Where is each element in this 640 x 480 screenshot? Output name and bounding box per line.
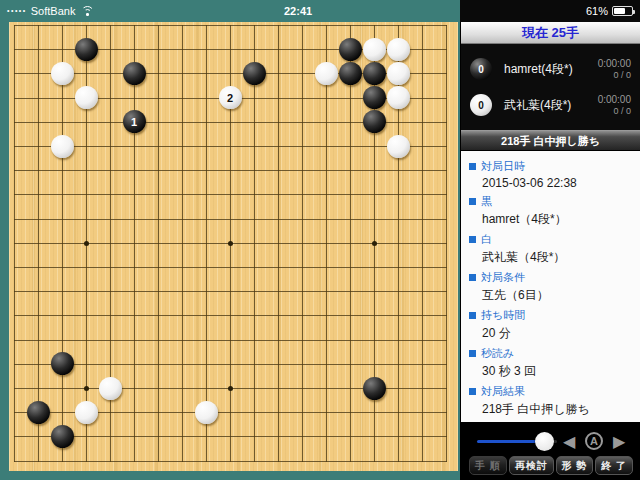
player-row-black: 0 hamret(4段*) 0:00:00 0 / 0 — [470, 54, 631, 84]
star-point — [228, 241, 233, 246]
grid-line — [14, 364, 447, 365]
info-value: hamret（4段*） — [469, 209, 632, 229]
stone-black — [363, 377, 386, 400]
stone-white — [195, 401, 218, 424]
info-value: 30 秒 3 回 — [469, 361, 632, 381]
star-point — [84, 241, 89, 246]
stone-white — [315, 62, 338, 85]
stone-white — [387, 135, 410, 158]
info-item: 対局結果218手 白中押し勝ち — [469, 384, 632, 419]
game-info-panel: 対局日時2015-03-06 22:38黒hamret（4段*）白武礼葉（4段*… — [461, 151, 640, 422]
stone-black — [75, 38, 98, 61]
wifi-icon — [80, 5, 94, 17]
status-bar-right: 61% — [460, 0, 640, 22]
battery-icon — [612, 6, 633, 16]
info-label: 持ち時間 — [469, 308, 632, 323]
carrier-label: SoftBank — [31, 5, 76, 17]
grid-line — [326, 25, 327, 462]
grid-line — [254, 25, 255, 462]
info-item: 白武礼葉（4段*） — [469, 232, 632, 267]
info-label: 秒読み — [469, 346, 632, 361]
bullet-square-icon — [469, 236, 476, 243]
stone-black — [51, 352, 74, 375]
player-row-white: 0 武礼葉(4段*) 0:00:00 0 / 0 — [470, 90, 631, 120]
playback-controls: ◀ A ▶ 手 順再検討形 勢終 了 — [461, 422, 640, 480]
info-label: 対局結果 — [469, 384, 632, 399]
signal-strength-icon: ••••• — [7, 0, 27, 22]
info-item: 対局条件互先（6目） — [469, 270, 632, 305]
stone-white — [99, 377, 122, 400]
info-label: 対局条件 — [469, 270, 632, 285]
black-time: 0:00:00 — [598, 58, 631, 70]
stone-white: 2 — [219, 86, 242, 109]
bullet-square-icon — [469, 388, 476, 395]
white-time: 0:00:00 — [598, 94, 631, 106]
players-panel: 0 hamret(4段*) 0:00:00 0 / 0 0 武礼葉(4段*) 0… — [461, 44, 640, 130]
stone-black — [27, 401, 50, 424]
info-value: 218手 白中押し勝ち — [469, 399, 632, 419]
grid-line — [14, 461, 447, 462]
white-player-name: 武礼葉(4段*) — [504, 97, 598, 114]
star-point — [372, 241, 377, 246]
auto-play-button[interactable]: A — [585, 432, 603, 450]
stone-white — [75, 86, 98, 109]
stone-black — [243, 62, 266, 85]
info-value: 20 分 — [469, 323, 632, 343]
grid-line — [14, 291, 447, 292]
stone-white — [387, 38, 410, 61]
grid-line — [14, 340, 447, 341]
info-label: 対局日時 — [469, 159, 632, 174]
grid-line — [14, 315, 447, 316]
previous-move-button[interactable]: ◀ — [563, 433, 575, 451]
stone-black — [363, 110, 386, 133]
stone-black — [123, 62, 146, 85]
grid-line — [350, 25, 351, 462]
stone-white — [363, 38, 386, 61]
situation-button[interactable]: 形 勢 — [556, 456, 594, 475]
bullet-square-icon — [469, 198, 476, 205]
stone-white — [75, 401, 98, 424]
stone-black — [339, 38, 362, 61]
bullet-square-icon — [469, 350, 476, 357]
info-item: 対局日時2015-03-06 22:38 — [469, 159, 632, 191]
steps-button[interactable]: 手 順 — [469, 456, 507, 475]
action-bar: 手 順再検討形 勢終 了 — [461, 456, 640, 475]
stone-black — [51, 425, 74, 448]
info-label: 黒 — [469, 194, 632, 209]
stone-black — [339, 62, 362, 85]
info-item: 秒読み30 秒 3 回 — [469, 346, 632, 381]
star-point — [84, 386, 89, 391]
stone-black — [363, 86, 386, 109]
stone-black — [363, 62, 386, 85]
grid-line — [446, 25, 447, 462]
info-value: 互先（6目） — [469, 285, 632, 305]
info-item: 持ち時間20 分 — [469, 308, 632, 343]
bullet-square-icon — [469, 163, 476, 170]
slider-knob[interactable] — [535, 432, 554, 451]
stone-white — [387, 86, 410, 109]
info-value: 2015-03-06 22:38 — [469, 174, 632, 191]
white-periods: 0 / 0 — [598, 106, 631, 117]
stone-white — [51, 62, 74, 85]
bullet-square-icon — [469, 312, 476, 319]
info-value: 武礼葉（4段*） — [469, 247, 632, 267]
grid-line — [14, 267, 447, 268]
black-periods: 0 / 0 — [598, 70, 631, 81]
go-board[interactable]: 21 — [0, 22, 460, 480]
black-captures-stone-icon: 0 — [470, 58, 492, 80]
star-point — [228, 386, 233, 391]
board-wood[interactable]: 21 — [9, 22, 458, 471]
info-label: 白 — [469, 232, 632, 247]
playback-slider[interactable] — [477, 440, 557, 444]
grid-line — [302, 25, 303, 462]
bullet-square-icon — [469, 274, 476, 281]
review-button[interactable]: 再検討 — [509, 456, 554, 475]
grid-line — [278, 25, 279, 462]
info-item: 黒hamret（4段*） — [469, 194, 632, 229]
status-bar-left: ••••• SoftBank — [0, 0, 460, 22]
sidebar: 現在 25手 0 hamret(4段*) 0:00:00 0 / 0 0 武礼葉… — [460, 22, 640, 480]
end-button[interactable]: 終 了 — [595, 456, 633, 475]
grid-line — [422, 25, 423, 462]
black-player-name: hamret(4段*) — [504, 61, 598, 78]
current-move-header: 現在 25手 — [461, 22, 640, 44]
clock-label: 22:41 — [284, 0, 312, 22]
stone-white — [51, 135, 74, 158]
black-player-clock: 0:00:00 0 / 0 — [598, 58, 631, 81]
white-player-clock: 0:00:00 0 / 0 — [598, 94, 631, 117]
result-banner: 218手 白中押し勝ち — [461, 130, 640, 151]
stone-white — [387, 62, 410, 85]
white-captures-stone-icon: 0 — [470, 94, 492, 116]
battery-percent: 61% — [586, 5, 608, 17]
grid-line — [14, 436, 447, 437]
status-bar: ••••• SoftBank 61% 22:41 — [0, 0, 640, 22]
slider-track-filled[interactable] — [477, 440, 544, 443]
stone-black: 1 — [123, 110, 146, 133]
next-move-button[interactable]: ▶ — [613, 433, 625, 451]
